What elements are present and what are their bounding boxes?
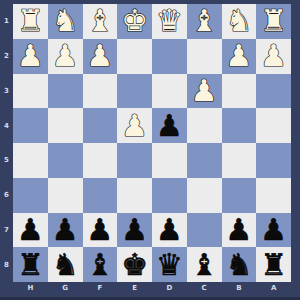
rank-label-1: 1 [0,4,13,39]
square-f3[interactable] [83,74,118,109]
square-h2[interactable]: ♟ [13,39,48,74]
black-pawn-piece[interactable]: ♟ [86,213,113,247]
square-e2[interactable] [117,39,152,74]
black-pawn-piece[interactable]: ♟ [260,213,287,247]
square-a1[interactable]: ♜ [256,4,291,39]
square-h7[interactable]: ♟ [13,213,48,248]
square-g3[interactable] [48,74,83,109]
square-c4[interactable] [187,108,222,143]
square-d6[interactable] [152,178,187,213]
rank-labels: 12345678 [0,4,13,282]
rank-label-4: 4 [0,108,13,143]
square-d3[interactable] [152,74,187,109]
white-rook-piece[interactable]: ♜ [260,4,287,38]
square-g5[interactable] [48,143,83,178]
file-label-h: H [13,282,48,298]
square-d1[interactable]: ♛ [152,4,187,39]
white-pawn-piece[interactable]: ♟ [121,109,148,143]
file-label-d: D [152,282,187,298]
square-f1[interactable]: ♝ [83,4,118,39]
square-a7[interactable]: ♟ [256,213,291,248]
file-label-b: B [222,282,257,298]
white-pawn-piece[interactable]: ♟ [191,74,218,108]
file-labels: HGFEDCBA [13,282,291,298]
white-pawn-piece[interactable]: ♟ [260,39,287,73]
square-e4[interactable]: ♟ [117,108,152,143]
square-e1[interactable]: ♚ [117,4,152,39]
black-bishop-piece[interactable]: ♝ [86,248,113,282]
square-f2[interactable]: ♟ [83,39,118,74]
black-pawn-piece[interactable]: ♟ [225,213,252,247]
file-label-f: F [83,282,118,298]
black-queen-piece[interactable]: ♛ [156,248,183,282]
square-f5[interactable] [83,143,118,178]
square-g8[interactable]: ♞ [48,247,83,282]
white-bishop-piece[interactable]: ♝ [191,4,218,38]
white-knight-piece[interactable]: ♞ [225,4,252,38]
square-e6[interactable] [117,178,152,213]
square-g1[interactable]: ♞ [48,4,83,39]
file-label-c: C [187,282,222,298]
black-rook-piece[interactable]: ♜ [17,248,44,282]
square-d2[interactable] [152,39,187,74]
square-a5[interactable] [256,143,291,178]
black-knight-piece[interactable]: ♞ [225,248,252,282]
square-h1[interactable]: ♜ [13,4,48,39]
file-label-g: G [48,282,83,298]
black-pawn-piece[interactable]: ♟ [121,213,148,247]
square-c5[interactable] [187,143,222,178]
file-label-a: A [256,282,291,298]
square-b1[interactable]: ♞ [222,4,257,39]
square-b3[interactable] [222,74,257,109]
black-king-piece[interactable]: ♚ [121,248,148,282]
square-f4[interactable] [83,108,118,143]
square-g6[interactable] [48,178,83,213]
square-f8[interactable]: ♝ [83,247,118,282]
square-d5[interactable] [152,143,187,178]
square-a8[interactable]: ♜ [256,247,291,282]
square-c6[interactable] [187,178,222,213]
white-king-piece[interactable]: ♚ [121,4,148,38]
square-d8[interactable]: ♛ [152,247,187,282]
square-c7[interactable] [187,213,222,248]
square-b8[interactable]: ♞ [222,247,257,282]
square-g2[interactable]: ♟ [48,39,83,74]
square-b4[interactable] [222,108,257,143]
white-pawn-piece[interactable]: ♟ [17,39,44,73]
square-g4[interactable] [48,108,83,143]
square-e5[interactable] [117,143,152,178]
square-d7[interactable]: ♟ [152,213,187,248]
black-pawn-piece[interactable]: ♟ [156,213,183,247]
rank-label-5: 5 [0,143,13,178]
square-a2[interactable]: ♟ [256,39,291,74]
square-c2[interactable] [187,39,222,74]
white-pawn-piece[interactable]: ♟ [52,39,79,73]
square-b7[interactable]: ♟ [222,213,257,248]
square-a6[interactable] [256,178,291,213]
square-h8[interactable]: ♜ [13,247,48,282]
square-h3[interactable] [13,74,48,109]
square-a4[interactable] [256,108,291,143]
chess-board: ♜♞♝♚♛♝♞♜♟♟♟♟♟♟♟♟♟♟♟♟♟♟♟♜♞♝♚♛♝♞♜ [13,4,291,282]
black-bishop-piece[interactable]: ♝ [191,248,218,282]
rank-label-8: 8 [0,247,13,282]
white-knight-piece[interactable]: ♞ [52,4,79,38]
black-rook-piece[interactable]: ♜ [260,248,287,282]
square-f6[interactable] [83,178,118,213]
square-c8[interactable]: ♝ [187,247,222,282]
square-a3[interactable] [256,74,291,109]
square-c1[interactable]: ♝ [187,4,222,39]
square-c3[interactable]: ♟ [187,74,222,109]
square-h4[interactable] [13,108,48,143]
square-b5[interactable] [222,143,257,178]
file-label-e: E [117,282,152,298]
square-e8[interactable]: ♚ [117,247,152,282]
square-h5[interactable] [13,143,48,178]
white-rook-piece[interactable]: ♜ [17,4,44,38]
white-pawn-piece[interactable]: ♟ [225,39,252,73]
white-bishop-piece[interactable]: ♝ [86,4,113,38]
square-b6[interactable] [222,178,257,213]
rank-label-3: 3 [0,74,13,109]
rank-label-7: 7 [0,213,13,248]
black-knight-piece[interactable]: ♞ [52,248,79,282]
square-e7[interactable]: ♟ [117,213,152,248]
square-f7[interactable]: ♟ [83,213,118,248]
square-g7[interactable]: ♟ [48,213,83,248]
black-pawn-piece[interactable]: ♟ [156,109,183,143]
black-pawn-piece[interactable]: ♟ [52,213,79,247]
square-e3[interactable] [117,74,152,109]
square-d4[interactable]: ♟ [152,108,187,143]
rank-label-6: 6 [0,178,13,213]
square-b2[interactable]: ♟ [222,39,257,74]
white-queen-piece[interactable]: ♛ [156,4,183,38]
rank-label-2: 2 [0,39,13,74]
square-h6[interactable] [13,178,48,213]
chess-app-window: 12345678 ♜♞♝♚♛♝♞♜♟♟♟♟♟♟♟♟♟♟♟♟♟♟♟♜♞♝♚♛♝♞♜… [0,0,300,300]
white-pawn-piece[interactable]: ♟ [86,39,113,73]
black-pawn-piece[interactable]: ♟ [17,213,44,247]
